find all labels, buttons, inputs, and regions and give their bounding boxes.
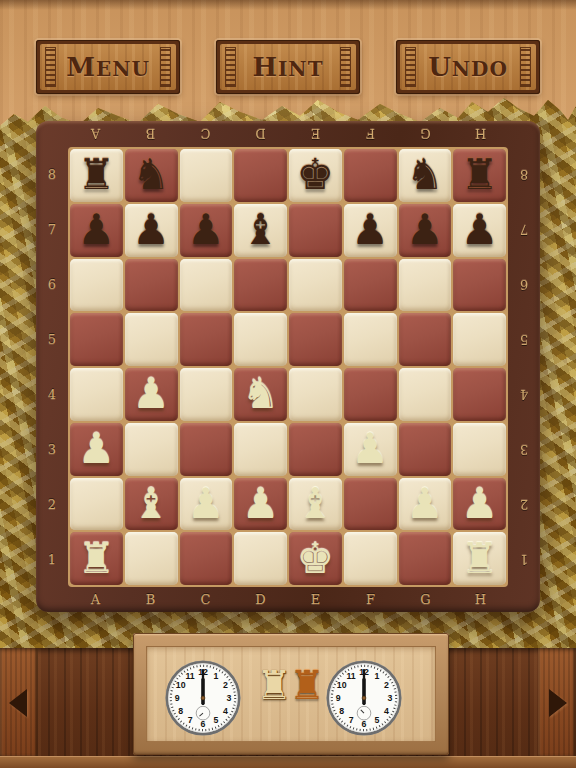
square-e2[interactable]: ♝ — [289, 478, 342, 531]
svg-text:9: 9 — [175, 693, 180, 703]
chess-clock-panel: 121234567891011 ♜ ♜ 121234567891011 — [146, 646, 436, 742]
file-label-top-g: G — [398, 121, 453, 147]
file-labels-top: ABCDEFGH — [68, 121, 508, 147]
rank-labels-left: 87654321 — [36, 147, 68, 587]
piece-black-knight[interactable]: ♞ — [132, 154, 170, 196]
chess-clock: 121234567891011 ♜ ♜ 121234567891011 — [133, 633, 449, 755]
square-e8[interactable]: ♚ — [289, 149, 342, 202]
file-label-bottom-d: D — [233, 587, 288, 612]
hint-button[interactable]: Hint — [216, 40, 360, 94]
square-d8[interactable] — [234, 149, 287, 202]
square-b3[interactable] — [125, 423, 178, 476]
piece-white-pawn[interactable]: ♟ — [187, 483, 225, 525]
piece-white-pawn[interactable]: ♟ — [351, 428, 389, 470]
square-g1[interactable] — [399, 532, 452, 585]
rank-label-right-4: 4 — [508, 367, 540, 422]
file-label-top-b: B — [123, 121, 178, 147]
square-c3[interactable] — [180, 423, 233, 476]
square-c5[interactable] — [180, 313, 233, 366]
piece-white-rook[interactable]: ♜ — [78, 538, 116, 580]
square-a5[interactable] — [70, 313, 123, 366]
piece-white-knight[interactable]: ♞ — [242, 373, 280, 415]
square-d1[interactable] — [234, 532, 287, 585]
file-label-top-a: A — [68, 121, 123, 147]
toolbar: Menu Hint Undo — [0, 40, 576, 94]
undo-button-face: Undo — [400, 44, 536, 90]
piece-black-bishop[interactable]: ♝ — [242, 209, 280, 251]
square-g5[interactable] — [399, 313, 452, 366]
white-player-clock: 121234567891011 — [164, 659, 242, 737]
file-labels-bottom: ABCDEFGH — [68, 587, 508, 612]
file-label-top-e: E — [288, 121, 343, 147]
undo-button-label: Undo — [428, 52, 508, 82]
rank-label-left-4: 4 — [36, 367, 68, 422]
square-h4[interactable] — [453, 368, 506, 421]
square-h8[interactable]: ♜ — [453, 149, 506, 202]
svg-text:1: 1 — [374, 671, 379, 681]
piece-black-knight[interactable]: ♞ — [406, 154, 444, 196]
piece-white-pawn[interactable]: ♟ — [78, 428, 116, 470]
svg-text:7: 7 — [349, 715, 354, 725]
next-move-arrow-icon[interactable] — [549, 689, 567, 717]
menu-button[interactable]: Menu — [36, 40, 180, 94]
square-b4[interactable]: ♟ — [125, 368, 178, 421]
hint-button-face: Hint — [220, 44, 356, 90]
hint-button-label: Hint — [252, 52, 323, 82]
piece-black-pawn[interactable]: ♟ — [461, 209, 499, 251]
piece-white-pawn[interactable]: ♟ — [461, 483, 499, 525]
menu-button-label: Menu — [66, 52, 150, 82]
svg-text:11: 11 — [185, 671, 194, 681]
piece-white-pawn[interactable]: ♟ — [242, 483, 280, 525]
piece-black-rook[interactable]: ♜ — [461, 154, 499, 196]
square-f7[interactable]: ♟ — [344, 204, 397, 257]
square-f3[interactable]: ♟ — [344, 423, 397, 476]
file-label-top-d: D — [233, 121, 288, 147]
square-h7[interactable]: ♟ — [453, 204, 506, 257]
file-label-bottom-h: H — [453, 587, 508, 612]
file-label-top-f: F — [343, 121, 398, 147]
piece-black-pawn[interactable]: ♟ — [406, 209, 444, 251]
svg-text:3: 3 — [226, 693, 231, 703]
piece-white-rook[interactable]: ♜ — [461, 538, 499, 580]
square-c8[interactable] — [180, 149, 233, 202]
brown-rook-marker: ♜ — [289, 663, 319, 707]
rank-label-right-6: 6 — [508, 257, 540, 312]
square-g6[interactable] — [399, 259, 452, 312]
square-h6[interactable] — [453, 259, 506, 312]
svg-text:4: 4 — [223, 706, 228, 716]
rank-label-right-2: 2 — [508, 477, 540, 532]
square-e1[interactable]: ♚ — [289, 532, 342, 585]
piece-black-pawn[interactable]: ♟ — [132, 209, 170, 251]
piece-black-king[interactable]: ♚ — [297, 154, 335, 196]
piece-white-pawn[interactable]: ♟ — [406, 483, 444, 525]
square-c7[interactable]: ♟ — [180, 204, 233, 257]
piece-black-pawn[interactable]: ♟ — [187, 209, 225, 251]
square-e7[interactable] — [289, 204, 342, 257]
square-d6[interactable] — [234, 259, 287, 312]
square-f2[interactable] — [344, 478, 397, 531]
square-g8[interactable]: ♞ — [399, 149, 452, 202]
square-a2[interactable] — [70, 478, 123, 531]
square-g3[interactable] — [399, 423, 452, 476]
square-b6[interactable] — [125, 259, 178, 312]
square-a3[interactable]: ♟ — [70, 423, 123, 476]
square-g7[interactable]: ♟ — [399, 204, 452, 257]
rank-label-left-3: 3 — [36, 422, 68, 477]
file-label-bottom-a: A — [68, 587, 123, 612]
square-d4[interactable]: ♞ — [234, 368, 287, 421]
rank-label-left-6: 6 — [36, 257, 68, 312]
svg-text:4: 4 — [384, 706, 389, 716]
rank-label-right-8: 8 — [508, 147, 540, 202]
square-a6[interactable] — [70, 259, 123, 312]
square-g2[interactable]: ♟ — [399, 478, 452, 531]
square-e3[interactable] — [289, 423, 342, 476]
rank-label-left-7: 7 — [36, 202, 68, 257]
chess-board: ABCDEFGH 87654321 ♜♞♚♞♜♟♟♟♝♟♟♟♟♞♟♟♝♟♟♝♟♟… — [36, 121, 540, 612]
svg-text:3: 3 — [387, 693, 392, 703]
piece-black-pawn[interactable]: ♟ — [78, 209, 116, 251]
file-label-top-c: C — [178, 121, 233, 147]
prev-move-arrow-icon[interactable] — [9, 689, 27, 717]
square-b8[interactable]: ♞ — [125, 149, 178, 202]
rank-label-left-1: 1 — [36, 532, 68, 587]
file-label-bottom-b: B — [123, 587, 178, 612]
square-d7[interactable]: ♝ — [234, 204, 287, 257]
black-player-clock: 121234567891011 — [325, 659, 403, 737]
svg-text:8: 8 — [178, 706, 183, 716]
square-c6[interactable] — [180, 259, 233, 312]
svg-text:10: 10 — [337, 680, 347, 690]
svg-text:9: 9 — [336, 693, 341, 703]
rank-label-left-2: 2 — [36, 477, 68, 532]
bottom-bar-ledge — [0, 756, 576, 768]
piece-white-bishop[interactable]: ♝ — [297, 483, 335, 525]
rank-label-right-7: 7 — [508, 202, 540, 257]
square-f1[interactable] — [344, 532, 397, 585]
svg-text:5: 5 — [213, 715, 218, 725]
board-grid: ♜♞♚♞♜♟♟♟♝♟♟♟♟♞♟♟♝♟♟♝♟♟♜♚♜ — [68, 147, 508, 587]
square-e4[interactable] — [289, 368, 342, 421]
square-a8[interactable]: ♜ — [70, 149, 123, 202]
svg-text:1: 1 — [213, 671, 218, 681]
undo-button[interactable]: Undo — [396, 40, 540, 94]
square-d2[interactable]: ♟ — [234, 478, 287, 531]
file-label-bottom-e: E — [288, 587, 343, 612]
svg-text:5: 5 — [374, 715, 379, 725]
square-a4[interactable] — [70, 368, 123, 421]
square-f5[interactable] — [344, 313, 397, 366]
chess-app-screen: Menu Hint Undo ABCDEFGH 87654321 ♜♞♚♞♜♟♟… — [0, 0, 576, 768]
square-h1[interactable]: ♜ — [453, 532, 506, 585]
svg-text:10: 10 — [176, 680, 186, 690]
file-label-top-h: H — [453, 121, 508, 147]
piece-black-rook[interactable]: ♜ — [78, 154, 116, 196]
square-b2[interactable]: ♝ — [125, 478, 178, 531]
square-f6[interactable] — [344, 259, 397, 312]
svg-text:2: 2 — [223, 680, 228, 690]
square-h3[interactable] — [453, 423, 506, 476]
file-label-bottom-g: G — [398, 587, 453, 612]
square-d3[interactable] — [234, 423, 287, 476]
square-c2[interactable]: ♟ — [180, 478, 233, 531]
square-b5[interactable] — [125, 313, 178, 366]
square-b1[interactable] — [125, 532, 178, 585]
rank-labels-right: 87654321 — [508, 147, 540, 587]
svg-text:6: 6 — [201, 719, 206, 729]
svg-text:7: 7 — [188, 715, 193, 725]
square-h5[interactable] — [453, 313, 506, 366]
piece-white-pawn[interactable]: ♟ — [132, 373, 170, 415]
square-b7[interactable]: ♟ — [125, 204, 178, 257]
piece-white-bishop[interactable]: ♝ — [132, 483, 170, 525]
square-c4[interactable] — [180, 368, 233, 421]
square-f4[interactable] — [344, 368, 397, 421]
square-g4[interactable] — [399, 368, 452, 421]
menu-button-face: Menu — [40, 44, 176, 90]
file-label-bottom-f: F — [343, 587, 398, 612]
svg-text:6: 6 — [362, 719, 367, 729]
square-h2[interactable]: ♟ — [453, 478, 506, 531]
svg-text:2: 2 — [384, 680, 389, 690]
square-a1[interactable]: ♜ — [70, 532, 123, 585]
svg-text:11: 11 — [346, 671, 355, 681]
white-rook-marker: ♜ — [256, 663, 286, 707]
rank-label-left-8: 8 — [36, 147, 68, 202]
rank-label-right-5: 5 — [508, 312, 540, 367]
file-label-bottom-c: C — [178, 587, 233, 612]
square-e5[interactable] — [289, 313, 342, 366]
piece-white-king[interactable]: ♚ — [297, 538, 335, 580]
rank-label-right-1: 1 — [508, 532, 540, 587]
square-f8[interactable] — [344, 149, 397, 202]
square-c1[interactable] — [180, 532, 233, 585]
rank-label-right-3: 3 — [508, 422, 540, 477]
square-e6[interactable] — [289, 259, 342, 312]
square-d5[interactable] — [234, 313, 287, 366]
piece-black-pawn[interactable]: ♟ — [351, 209, 389, 251]
svg-text:8: 8 — [339, 706, 344, 716]
rank-label-left-5: 5 — [36, 312, 68, 367]
square-a7[interactable]: ♟ — [70, 204, 123, 257]
